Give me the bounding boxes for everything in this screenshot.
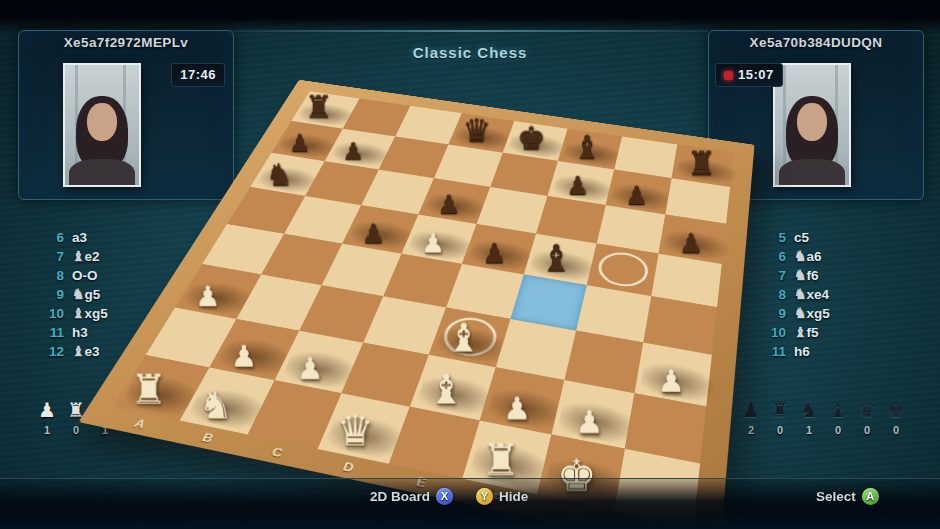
move-row-black-11: 11h6 [752,342,902,361]
white-bishop-e2[interactable]: ♝ [411,369,480,410]
move-row-black-7: 7♞f6 [752,266,902,285]
move-piece-icon: ♞ [794,286,807,302]
hide-action[interactable]: Y Hide [476,488,528,505]
move-piece-icon: ♝ [72,305,85,321]
move-row-black-9: 9♞xg5 [752,304,902,323]
move-number: 6 [752,247,786,266]
captured-white-pawn: ♟1 [36,398,58,436]
black-pawn-e5[interactable]: ♟ [464,239,524,266]
clock-black-time: 15:07 [738,64,774,86]
move-text: ♞f6 [794,266,902,285]
king-icon: ♚ [885,398,907,422]
xbox-x-button-icon[interactable]: X [436,488,453,505]
webcam-white [63,63,141,187]
move-number: 7 [30,247,64,266]
square-f7[interactable]: ♟ [547,161,614,205]
move-text: a3 [72,228,180,247]
move-text: h6 [794,342,902,361]
2d-board-action[interactable]: 2D Board X [370,488,453,505]
square-g4[interactable] [576,285,651,342]
white-pawn-b2[interactable]: ♟ [210,341,276,371]
white-bishop-e3[interactable]: ♝ [430,319,496,358]
black-pawn-b7[interactable]: ♟ [326,139,380,163]
square-f4[interactable] [510,274,586,330]
white-pawn-h3[interactable]: ♟ [637,366,705,397]
square-f2[interactable]: ♟ [480,367,565,434]
black-queen-d8[interactable]: ♛ [450,115,503,147]
black-rook-a8[interactable]: ♜ [292,92,344,123]
move-text: O-O [72,266,180,285]
player-name-black: Xe5a70b384DUDQN [709,35,923,50]
captured-count: 1 [798,424,820,436]
xbox-a-button-icon[interactable]: A [862,488,879,505]
webcam-person-torso [69,159,135,187]
white-knight-b1[interactable]: ♞ [181,386,251,424]
square-g5[interactable] [587,244,659,297]
move-row-black-10: 10♝f5 [752,323,902,342]
move-piece-icon: ♞ [794,248,807,264]
white-pawn-f2[interactable]: ♟ [482,393,552,424]
move-piece-icon: ♞ [794,267,807,283]
white-pawn-g2[interactable]: ♟ [554,406,624,438]
chess-board[interactable]: ♜♛♚♝♜♟♟♟♟♞♟♟♟♟♟♝♟♝♟♟♟♝♟♟♜♞♛♜♚ ABCDEFGH [113,91,734,526]
captured-black-rook: ♜0 [769,398,791,436]
square-e8[interactable]: ♚ [503,121,568,161]
move-number: 10 [30,304,64,323]
white-pawn-c2[interactable]: ♟ [276,353,343,383]
move-number: 6 [30,228,64,247]
captured-count: 0 [856,424,878,436]
move-number: 9 [30,285,64,304]
move-row-black-8: 8♞xe4 [752,285,902,304]
captured-count: 0 [65,424,87,436]
move-number: 12 [30,342,64,361]
rook-icon: ♜ [769,398,791,422]
move-text: ♝e2 [72,247,180,266]
game-screen: Classic Chess Xe5a7f2972MEPLv 17:46 Xe5a… [0,0,940,529]
black-pawn-h6[interactable]: ♟ [661,229,721,256]
top-divider-line [232,30,708,32]
captured-count: 0 [827,424,849,436]
xbox-y-button-icon[interactable]: Y [476,488,493,505]
white-rook-f1[interactable]: ♜ [464,439,537,483]
webcam-person-torso [779,159,845,187]
black-pawn-g7[interactable]: ♟ [608,182,665,207]
select-action[interactable]: Select A [816,488,879,505]
move-piece-icon: ♞ [794,305,807,321]
move-text: c5 [794,228,902,247]
move-row-white-7: 7♝e2 [30,247,180,266]
captured-count: 0 [769,424,791,436]
black-pawn-d6[interactable]: ♟ [420,191,477,217]
black-bishop-f8[interactable]: ♝ [560,131,614,163]
webcam-person-face [797,103,827,141]
move-text: ♝f5 [794,323,902,342]
2d-board-label: 2D Board [370,489,430,504]
captured-count: 0 [885,424,907,436]
white-pawn-d5[interactable]: ♟ [403,229,463,256]
bottom-action-bar: 2D Board X Y Hide Select A [0,478,940,529]
move-text: ♞xe4 [794,285,902,304]
move-list-black: 5c56♞a67♞f68♞xe49♞xg510♝f511h6 [752,228,902,361]
move-number: 8 [752,285,786,304]
black-rook-h8[interactable]: ♜ [673,147,728,180]
square-h4[interactable] [643,296,717,355]
square-g6[interactable] [597,205,666,254]
select-label: Select [816,489,856,504]
move-number: 8 [30,266,64,285]
webcam-person-face [87,103,117,141]
move-row-black-6: 6♞a6 [752,247,902,266]
move-piece-icon: ♝ [794,324,807,340]
move-text: ♞xg5 [794,304,902,323]
move-row-white-6: 6a3 [30,228,180,247]
black-king-e8[interactable]: ♚ [504,123,558,155]
move-piece-icon: ♞ [72,286,85,302]
captured-tray-black: ♟2♜0♞1♝0♛0♚0 [740,398,907,436]
board-grid: ♜♛♚♝♜♟♟♟♟♞♟♟♟♟♟♝♟♝♟♟♟♝♟♟♜♞♛♜♚ [113,91,734,526]
hide-label: Hide [499,489,528,504]
square-f6[interactable] [536,196,606,244]
captured-count: 2 [740,424,762,436]
black-pawn-f7[interactable]: ♟ [549,173,605,198]
move-piece-icon: ♝ [72,248,85,264]
captured-black-bishop: ♝0 [827,398,849,436]
captured-black-king: ♚0 [885,398,907,436]
black-pawn-a7[interactable]: ♟ [272,131,326,155]
captured-black-knight: ♞1 [798,398,820,436]
knight-icon: ♞ [798,398,820,422]
move-piece-icon: ♝ [72,343,85,359]
move-text: ♞a6 [794,247,902,266]
white-queen-d1[interactable]: ♛ [319,410,390,453]
captured-black-queen: ♛0 [856,398,878,436]
captured-count: 1 [36,424,58,436]
move-number: 11 [30,323,64,342]
white-rook-a1[interactable]: ♜ [114,369,183,410]
captured-black-pawn: ♟2 [740,398,762,436]
black-knight-a6[interactable]: ♞ [251,159,307,190]
queen-icon: ♛ [856,398,878,422]
pawn-icon: ♟ [36,398,58,422]
webcam-black [773,63,851,187]
move-number: 9 [752,304,786,323]
pawn-icon: ♟ [740,398,762,422]
file-label-h: H [611,515,693,529]
white-pawn-a3[interactable]: ♟ [176,282,239,310]
move-number: 5 [752,228,786,247]
chess-board-area: ♜♛♚♝♜♟♟♟♟♞♟♟♟♟♟♝♟♝♟♟♟♝♟♟♜♞♛♜♚ ABCDEFGH [192,46,732,529]
last-move-ring-g5 [595,249,651,290]
move-number: 10 [752,323,786,342]
black-pawn-c5[interactable]: ♟ [343,220,402,247]
move-number: 7 [752,266,786,285]
move-row-black-5: 5c5 [752,228,902,247]
bishop-icon: ♝ [827,398,849,422]
move-number: 11 [752,342,786,361]
move-row-white-8: 8O-O [30,266,180,285]
black-bishop-f5[interactable]: ♝ [525,241,586,277]
